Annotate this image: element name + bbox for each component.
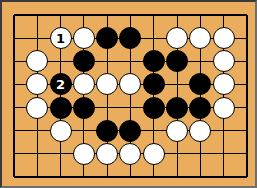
white-stone bbox=[50, 120, 72, 142]
go-board: 12 bbox=[0, 0, 257, 188]
intersection bbox=[72, 50, 95, 73]
intersection bbox=[165, 50, 188, 73]
intersection bbox=[96, 3, 119, 26]
intersection bbox=[72, 119, 95, 142]
intersection bbox=[189, 50, 212, 73]
intersection: 1 bbox=[49, 27, 72, 50]
intersection bbox=[235, 119, 257, 142]
intersection bbox=[26, 165, 49, 188]
white-stone bbox=[73, 143, 95, 165]
intersection bbox=[235, 3, 257, 26]
intersection bbox=[2, 73, 25, 96]
intersection bbox=[189, 96, 212, 119]
white-stone-move-1: 1 bbox=[50, 27, 72, 49]
black-stone bbox=[166, 97, 188, 119]
black-stone bbox=[73, 97, 95, 119]
intersection bbox=[189, 27, 212, 50]
black-stone-move-2: 2 bbox=[50, 73, 72, 95]
intersection bbox=[49, 165, 72, 188]
intersection bbox=[212, 96, 235, 119]
intersection bbox=[142, 3, 165, 26]
intersection bbox=[26, 27, 49, 50]
intersection bbox=[142, 27, 165, 50]
intersection bbox=[142, 73, 165, 96]
intersection bbox=[212, 3, 235, 26]
intersection bbox=[2, 27, 25, 50]
intersection bbox=[165, 73, 188, 96]
white-stone bbox=[213, 97, 235, 119]
white-stone bbox=[189, 27, 211, 49]
intersection bbox=[142, 50, 165, 73]
intersection bbox=[26, 73, 49, 96]
intersection bbox=[49, 50, 72, 73]
intersection bbox=[119, 50, 142, 73]
intersection bbox=[96, 165, 119, 188]
intersection bbox=[26, 119, 49, 142]
intersection bbox=[142, 96, 165, 119]
intersection bbox=[189, 142, 212, 165]
intersection bbox=[72, 142, 95, 165]
intersection bbox=[72, 165, 95, 188]
white-stone bbox=[26, 97, 48, 119]
intersection bbox=[212, 27, 235, 50]
intersection bbox=[142, 142, 165, 165]
intersection bbox=[235, 50, 257, 73]
black-stone bbox=[143, 50, 165, 72]
intersection bbox=[119, 119, 142, 142]
intersection bbox=[189, 3, 212, 26]
intersection bbox=[119, 165, 142, 188]
intersection bbox=[2, 142, 25, 165]
white-stone bbox=[143, 143, 165, 165]
intersection bbox=[96, 50, 119, 73]
black-stone bbox=[50, 97, 72, 119]
intersection bbox=[165, 119, 188, 142]
intersection bbox=[165, 165, 188, 188]
white-stone bbox=[119, 73, 141, 95]
black-stone bbox=[96, 27, 118, 49]
white-stone bbox=[119, 143, 141, 165]
intersection bbox=[165, 96, 188, 119]
intersection bbox=[26, 142, 49, 165]
intersection bbox=[212, 50, 235, 73]
intersection bbox=[2, 50, 25, 73]
intersection bbox=[119, 142, 142, 165]
white-stone bbox=[26, 73, 48, 95]
intersection bbox=[72, 73, 95, 96]
black-stone bbox=[96, 120, 118, 142]
intersection bbox=[2, 96, 25, 119]
intersection bbox=[235, 73, 257, 96]
white-stone bbox=[189, 120, 211, 142]
intersection bbox=[72, 27, 95, 50]
black-stone bbox=[143, 97, 165, 119]
intersection bbox=[189, 73, 212, 96]
intersection bbox=[165, 142, 188, 165]
intersection bbox=[49, 96, 72, 119]
white-stone bbox=[166, 27, 188, 49]
intersection bbox=[96, 73, 119, 96]
white-stone bbox=[166, 120, 188, 142]
black-stone bbox=[189, 97, 211, 119]
intersection bbox=[96, 142, 119, 165]
white-stone bbox=[26, 50, 48, 72]
intersection bbox=[189, 119, 212, 142]
black-stone bbox=[119, 27, 141, 49]
intersection bbox=[235, 165, 257, 188]
intersection bbox=[26, 3, 49, 26]
white-stone bbox=[213, 50, 235, 72]
intersection bbox=[212, 165, 235, 188]
intersection bbox=[212, 119, 235, 142]
intersection bbox=[49, 3, 72, 26]
white-stone bbox=[213, 27, 235, 49]
intersection bbox=[235, 96, 257, 119]
intersection bbox=[119, 96, 142, 119]
black-stone bbox=[119, 120, 141, 142]
black-stone bbox=[166, 50, 188, 72]
intersection bbox=[96, 96, 119, 119]
intersection bbox=[212, 142, 235, 165]
intersection bbox=[142, 165, 165, 188]
intersection: 2 bbox=[49, 73, 72, 96]
white-stone bbox=[73, 73, 95, 95]
white-stone bbox=[96, 73, 118, 95]
intersection bbox=[2, 165, 25, 188]
white-stone bbox=[73, 27, 95, 49]
intersection bbox=[235, 27, 257, 50]
intersection bbox=[119, 27, 142, 50]
intersection bbox=[212, 73, 235, 96]
intersection bbox=[2, 3, 25, 26]
board-intersections: 12 bbox=[2, 3, 257, 188]
intersection bbox=[235, 142, 257, 165]
intersection bbox=[2, 119, 25, 142]
white-stone bbox=[213, 73, 235, 95]
intersection bbox=[49, 119, 72, 142]
intersection bbox=[119, 73, 142, 96]
intersection bbox=[49, 142, 72, 165]
black-stone bbox=[143, 73, 165, 95]
white-stone bbox=[96, 143, 118, 165]
intersection bbox=[165, 3, 188, 26]
intersection bbox=[96, 119, 119, 142]
black-stone bbox=[189, 73, 211, 95]
intersection bbox=[26, 96, 49, 119]
intersection bbox=[189, 165, 212, 188]
intersection bbox=[165, 27, 188, 50]
intersection bbox=[96, 27, 119, 50]
intersection bbox=[119, 3, 142, 26]
intersection bbox=[72, 96, 95, 119]
intersection bbox=[26, 50, 49, 73]
intersection bbox=[142, 119, 165, 142]
black-stone bbox=[73, 50, 95, 72]
intersection bbox=[72, 3, 95, 26]
